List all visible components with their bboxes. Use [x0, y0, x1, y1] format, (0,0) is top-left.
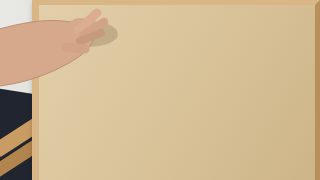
video-thumbnail-photo [0, 0, 320, 180]
board-grid-lines [0, 0, 320, 180]
